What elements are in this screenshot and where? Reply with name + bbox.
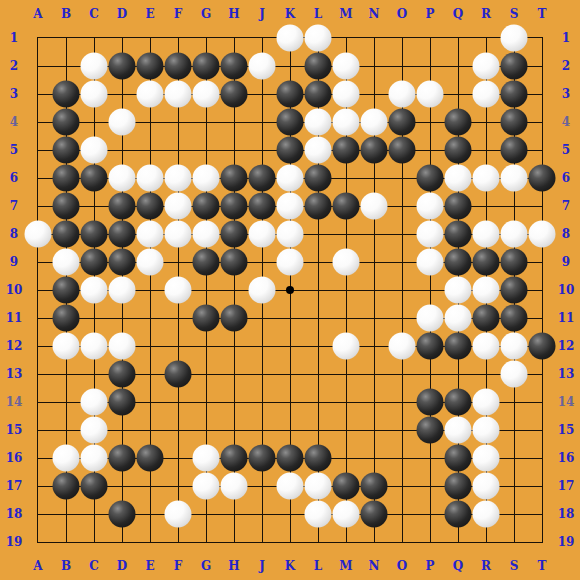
black-stone-K5 — [277, 137, 304, 164]
coord-label-col-P: P — [425, 8, 434, 20]
black-stone-J7 — [249, 193, 276, 220]
white-stone-L4 — [305, 109, 332, 136]
coord-label-row-15: 15 — [558, 424, 575, 436]
coord-label-row-13: 13 — [6, 368, 23, 380]
coord-label-col-L: L — [314, 560, 322, 572]
black-stone-L7 — [305, 193, 332, 220]
coord-label-col-K: K — [285, 8, 295, 20]
black-stone-J6 — [249, 165, 276, 192]
black-stone-P14 — [417, 389, 444, 416]
coord-label-row-15: 15 — [6, 424, 23, 436]
white-stone-P3 — [417, 81, 444, 108]
white-stone-M12 — [333, 333, 360, 360]
white-stone-G3 — [193, 81, 220, 108]
coord-label-row-16: 16 — [558, 452, 575, 464]
black-stone-D14 — [109, 389, 136, 416]
coord-label-col-J: J — [259, 560, 265, 572]
white-stone-B16 — [53, 445, 80, 472]
black-stone-L2 — [305, 53, 332, 80]
white-stone-G6 — [193, 165, 220, 192]
coord-label-row-14: 14 — [558, 396, 575, 408]
coord-label-col-J: J — [259, 8, 265, 20]
black-stone-B11 — [53, 305, 80, 332]
coord-label-col-G: G — [201, 560, 211, 572]
coord-label-col-O: O — [397, 8, 407, 20]
white-stone-G8 — [193, 221, 220, 248]
black-stone-Q12 — [445, 333, 472, 360]
coord-label-col-E: E — [145, 8, 154, 20]
white-stone-K1 — [277, 25, 304, 52]
coord-label-col-F: F — [174, 8, 183, 20]
white-stone-S8 — [501, 221, 528, 248]
white-stone-J10 — [249, 277, 276, 304]
white-stone-F18 — [165, 501, 192, 528]
coord-label-row-18: 18 — [6, 508, 23, 520]
white-stone-Q15 — [445, 417, 472, 444]
coord-label-col-M: M — [339, 560, 352, 572]
coord-label-col-N: N — [369, 8, 380, 20]
coord-label-row-5: 5 — [10, 144, 18, 156]
black-stone-G2 — [193, 53, 220, 80]
coord-label-col-C: C — [89, 8, 99, 20]
black-stone-S9 — [501, 249, 528, 276]
white-stone-C3 — [81, 81, 108, 108]
black-stone-H8 — [221, 221, 248, 248]
coord-label-col-D: D — [117, 8, 127, 20]
black-stone-T6 — [529, 165, 556, 192]
coord-label-row-3: 3 — [10, 88, 18, 100]
coord-label-row-16: 16 — [6, 452, 23, 464]
white-stone-L5 — [305, 137, 332, 164]
black-stone-S5 — [501, 137, 528, 164]
coord-label-col-D: D — [117, 560, 127, 572]
black-stone-E7 — [137, 193, 164, 220]
white-stone-K17 — [277, 473, 304, 500]
goban[interactable]: AABBCCDDEEFFGGHHJJKKLLMMNNOOPPQQRRSSTT11… — [0, 0, 580, 580]
coord-label-col-S: S — [510, 8, 519, 20]
white-stone-S1 — [501, 25, 528, 52]
white-stone-J2 — [249, 53, 276, 80]
coord-label-row-6: 6 — [10, 172, 18, 184]
white-stone-R6 — [473, 165, 500, 192]
white-stone-B9 — [53, 249, 80, 276]
black-stone-Q9 — [445, 249, 472, 276]
black-stone-H11 — [221, 305, 248, 332]
black-stone-E16 — [137, 445, 164, 472]
white-stone-C2 — [81, 53, 108, 80]
white-stone-P7 — [417, 193, 444, 220]
white-stone-Q11 — [445, 305, 472, 332]
coord-label-col-H: H — [228, 560, 239, 572]
white-stone-E3 — [137, 81, 164, 108]
white-stone-M4 — [333, 109, 360, 136]
black-stone-R11 — [473, 305, 500, 332]
white-stone-K8 — [277, 221, 304, 248]
coord-label-col-C: C — [89, 560, 99, 572]
white-stone-R18 — [473, 501, 500, 528]
black-stone-K3 — [277, 81, 304, 108]
white-stone-F6 — [165, 165, 192, 192]
black-stone-B4 — [53, 109, 80, 136]
coord-label-row-4: 4 — [10, 116, 18, 128]
black-stone-B17 — [53, 473, 80, 500]
coord-label-row-11: 11 — [558, 312, 575, 324]
white-stone-A8 — [25, 221, 52, 248]
black-stone-F2 — [165, 53, 192, 80]
coord-label-col-L: L — [314, 8, 322, 20]
white-stone-P9 — [417, 249, 444, 276]
white-stone-R14 — [473, 389, 500, 416]
black-stone-Q5 — [445, 137, 472, 164]
white-stone-N7 — [361, 193, 388, 220]
black-stone-J16 — [249, 445, 276, 472]
coord-label-col-T: T — [538, 8, 547, 20]
black-stone-B3 — [53, 81, 80, 108]
black-stone-S3 — [501, 81, 528, 108]
black-stone-H2 — [221, 53, 248, 80]
white-stone-C16 — [81, 445, 108, 472]
coord-label-row-2: 2 — [562, 60, 570, 72]
white-stone-T8 — [529, 221, 556, 248]
coord-label-col-F: F — [174, 560, 183, 572]
black-stone-D16 — [109, 445, 136, 472]
coord-label-row-10: 10 — [558, 284, 575, 296]
coord-label-col-K: K — [285, 560, 295, 572]
white-stone-J8 — [249, 221, 276, 248]
black-stone-C6 — [81, 165, 108, 192]
black-stone-D7 — [109, 193, 136, 220]
coord-label-col-G: G — [201, 8, 211, 20]
black-stone-B10 — [53, 277, 80, 304]
white-stone-D4 — [109, 109, 136, 136]
grid-line-vertical — [430, 38, 431, 542]
coord-label-row-6: 6 — [562, 172, 570, 184]
black-stone-H6 — [221, 165, 248, 192]
white-stone-C15 — [81, 417, 108, 444]
black-stone-K16 — [277, 445, 304, 472]
black-stone-T12 — [529, 333, 556, 360]
black-stone-K4 — [277, 109, 304, 136]
black-stone-P6 — [417, 165, 444, 192]
coord-label-col-R: R — [481, 560, 491, 572]
coord-label-col-N: N — [369, 560, 380, 572]
black-stone-O4 — [389, 109, 416, 136]
tengen-marker — [286, 286, 294, 294]
white-stone-O3 — [389, 81, 416, 108]
black-stone-B6 — [53, 165, 80, 192]
coord-label-col-H: H — [228, 8, 239, 20]
white-stone-E6 — [137, 165, 164, 192]
white-stone-S12 — [501, 333, 528, 360]
coord-label-col-S: S — [510, 560, 519, 572]
white-stone-L1 — [305, 25, 332, 52]
black-stone-M17 — [333, 473, 360, 500]
coord-label-row-12: 12 — [6, 340, 23, 352]
black-stone-D2 — [109, 53, 136, 80]
coord-label-row-4: 4 — [562, 116, 570, 128]
coord-label-row-17: 17 — [6, 480, 23, 492]
white-stone-F10 — [165, 277, 192, 304]
white-stone-K9 — [277, 249, 304, 276]
black-stone-G11 — [193, 305, 220, 332]
coord-label-row-17: 17 — [558, 480, 575, 492]
coord-label-col-Q: Q — [453, 8, 463, 20]
white-stone-R15 — [473, 417, 500, 444]
coord-label-row-8: 8 — [10, 228, 18, 240]
white-stone-Q6 — [445, 165, 472, 192]
coord-label-row-9: 9 — [562, 256, 570, 268]
coord-label-col-B: B — [61, 8, 71, 20]
white-stone-D6 — [109, 165, 136, 192]
white-stone-M18 — [333, 501, 360, 528]
black-stone-D18 — [109, 501, 136, 528]
white-stone-H17 — [221, 473, 248, 500]
black-stone-S11 — [501, 305, 528, 332]
white-stone-C5 — [81, 137, 108, 164]
black-stone-C17 — [81, 473, 108, 500]
black-stone-B7 — [53, 193, 80, 220]
white-stone-M2 — [333, 53, 360, 80]
white-stone-S13 — [501, 361, 528, 388]
coord-label-row-3: 3 — [562, 88, 570, 100]
black-stone-D9 — [109, 249, 136, 276]
white-stone-M3 — [333, 81, 360, 108]
white-stone-R17 — [473, 473, 500, 500]
black-stone-D8 — [109, 221, 136, 248]
black-stone-Q7 — [445, 193, 472, 220]
black-stone-G9 — [193, 249, 220, 276]
black-stone-B5 — [53, 137, 80, 164]
white-stone-C12 — [81, 333, 108, 360]
black-stone-S10 — [501, 277, 528, 304]
white-stone-C14 — [81, 389, 108, 416]
white-stone-K7 — [277, 193, 304, 220]
black-stone-L3 — [305, 81, 332, 108]
black-stone-M5 — [333, 137, 360, 164]
black-stone-P15 — [417, 417, 444, 444]
black-stone-Q14 — [445, 389, 472, 416]
black-stone-Q17 — [445, 473, 472, 500]
white-stone-F7 — [165, 193, 192, 220]
black-stone-N5 — [361, 137, 388, 164]
black-stone-B8 — [53, 221, 80, 248]
black-stone-H7 — [221, 193, 248, 220]
black-stone-S2 — [501, 53, 528, 80]
coord-label-row-5: 5 — [562, 144, 570, 156]
white-stone-O12 — [389, 333, 416, 360]
black-stone-P12 — [417, 333, 444, 360]
coord-label-col-P: P — [425, 560, 434, 572]
white-stone-E9 — [137, 249, 164, 276]
white-stone-R3 — [473, 81, 500, 108]
white-stone-F8 — [165, 221, 192, 248]
white-stone-R2 — [473, 53, 500, 80]
white-stone-R10 — [473, 277, 500, 304]
black-stone-S4 — [501, 109, 528, 136]
coord-label-row-12: 12 — [558, 340, 575, 352]
black-stone-E2 — [137, 53, 164, 80]
coord-label-row-18: 18 — [558, 508, 575, 520]
white-stone-D10 — [109, 277, 136, 304]
black-stone-Q18 — [445, 501, 472, 528]
black-stone-Q4 — [445, 109, 472, 136]
coord-label-col-T: T — [538, 560, 547, 572]
white-stone-B12 — [53, 333, 80, 360]
coord-label-row-1: 1 — [10, 32, 18, 44]
white-stone-K6 — [277, 165, 304, 192]
white-stone-Q10 — [445, 277, 472, 304]
coord-label-row-9: 9 — [10, 256, 18, 268]
coord-label-row-11: 11 — [6, 312, 23, 324]
black-stone-M7 — [333, 193, 360, 220]
coord-label-col-R: R — [481, 8, 491, 20]
white-stone-G17 — [193, 473, 220, 500]
coord-label-row-1: 1 — [562, 32, 570, 44]
white-stone-D12 — [109, 333, 136, 360]
white-stone-L17 — [305, 473, 332, 500]
white-stone-F3 — [165, 81, 192, 108]
white-stone-P8 — [417, 221, 444, 248]
black-stone-O5 — [389, 137, 416, 164]
black-stone-C9 — [81, 249, 108, 276]
coord-label-col-Q: Q — [453, 560, 463, 572]
coord-label-col-M: M — [339, 8, 352, 20]
coord-label-col-B: B — [61, 560, 71, 572]
coord-label-row-8: 8 — [562, 228, 570, 240]
black-stone-N17 — [361, 473, 388, 500]
coord-label-col-A: A — [33, 560, 42, 572]
white-stone-S6 — [501, 165, 528, 192]
coord-label-row-13: 13 — [558, 368, 575, 380]
coord-label-row-19: 19 — [558, 536, 575, 548]
white-stone-G16 — [193, 445, 220, 472]
black-stone-H9 — [221, 249, 248, 276]
white-stone-R16 — [473, 445, 500, 472]
coord-label-row-19: 19 — [6, 536, 23, 548]
black-stone-G7 — [193, 193, 220, 220]
coord-label-col-O: O — [397, 560, 407, 572]
white-stone-C10 — [81, 277, 108, 304]
coord-label-col-E: E — [145, 560, 154, 572]
white-stone-L18 — [305, 501, 332, 528]
coord-label-row-14: 14 — [6, 396, 23, 408]
white-stone-P11 — [417, 305, 444, 332]
coord-label-row-10: 10 — [6, 284, 23, 296]
white-stone-M9 — [333, 249, 360, 276]
black-stone-C8 — [81, 221, 108, 248]
black-stone-N18 — [361, 501, 388, 528]
black-stone-F13 — [165, 361, 192, 388]
coord-label-row-7: 7 — [562, 200, 570, 212]
black-stone-Q8 — [445, 221, 472, 248]
coord-label-row-2: 2 — [10, 60, 18, 72]
black-stone-H3 — [221, 81, 248, 108]
coord-label-col-A: A — [33, 8, 42, 20]
black-stone-L16 — [305, 445, 332, 472]
black-stone-R9 — [473, 249, 500, 276]
white-stone-N4 — [361, 109, 388, 136]
black-stone-D13 — [109, 361, 136, 388]
white-stone-E8 — [137, 221, 164, 248]
black-stone-H16 — [221, 445, 248, 472]
black-stone-L6 — [305, 165, 332, 192]
white-stone-R8 — [473, 221, 500, 248]
coord-label-row-7: 7 — [10, 200, 18, 212]
black-stone-Q16 — [445, 445, 472, 472]
white-stone-R12 — [473, 333, 500, 360]
